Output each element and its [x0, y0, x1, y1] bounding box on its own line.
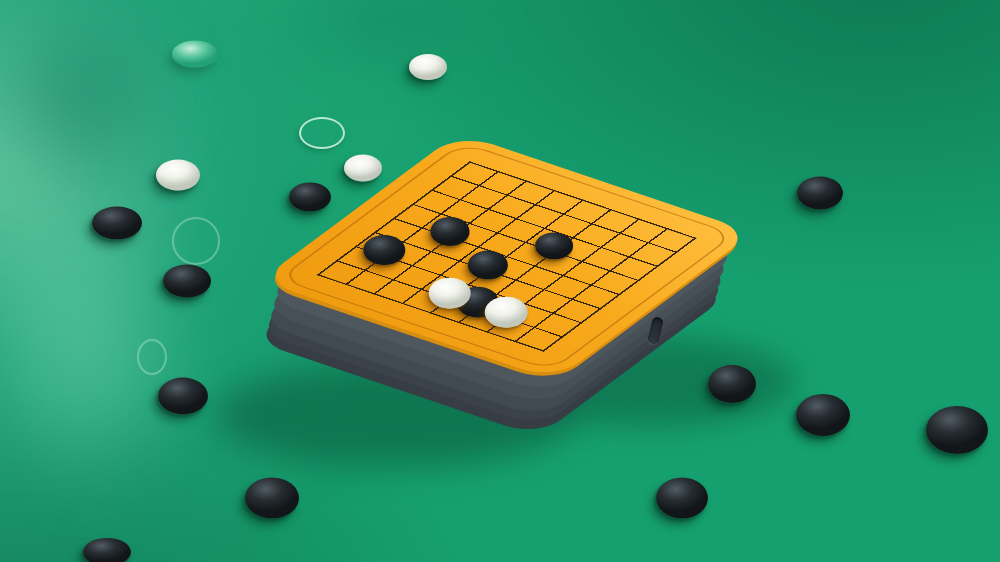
black-stone-loose[interactable] [289, 183, 331, 212]
black-stone-loose[interactable] [83, 538, 131, 562]
stone-ring [172, 217, 220, 265]
black-stone-loose[interactable] [158, 378, 208, 415]
white-stone-loose[interactable] [344, 155, 382, 182]
black-stone-loose[interactable] [92, 207, 142, 240]
black-stone-loose[interactable] [926, 406, 988, 454]
black-stone-loose[interactable] [656, 478, 708, 519]
stone-ring [137, 339, 167, 375]
white-stone-loose[interactable] [409, 54, 447, 80]
black-stone-loose[interactable] [708, 365, 756, 403]
black-stone-loose[interactable] [245, 478, 299, 519]
black-stone-loose[interactable] [797, 177, 843, 210]
go-scene [0, 0, 1000, 562]
black-stone-loose[interactable] [796, 394, 850, 436]
black-stone-on-board[interactable] [431, 217, 470, 245]
black-stone-on-board[interactable] [468, 250, 508, 279]
white-stone-on-board[interactable] [485, 297, 528, 328]
black-stone-on-board[interactable] [535, 232, 573, 259]
white-stone-on-board[interactable] [428, 278, 471, 309]
black-stone-on-board[interactable] [363, 235, 404, 265]
black-stone-loose[interactable] [163, 265, 211, 298]
top-blur-blob [200, 0, 540, 100]
glass-stone-loose[interactable] [172, 41, 218, 68]
white-stone-loose[interactable] [156, 160, 200, 191]
stone-ring [299, 117, 345, 149]
